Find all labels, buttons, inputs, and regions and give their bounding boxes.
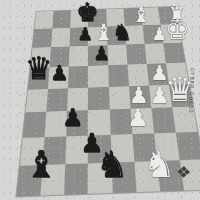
piece-black-pawn-c7[interactable]: ♟ [77, 26, 93, 44]
piece-black-pawn-d6[interactable]: ♟ [93, 44, 110, 63]
board-square-b7[interactable] [51, 28, 70, 47]
piece-black-queen-a5[interactable]: ♛ [25, 53, 53, 84]
piece-black-knight-e7[interactable]: ♞ [112, 21, 132, 43]
diamond-logo-icon: ❖ [176, 163, 192, 182]
board-square-a3[interactable] [23, 112, 47, 138]
board-square-h2[interactable] [176, 132, 200, 160]
piece-white-bishop-f8[interactable]: ♝ [132, 5, 151, 26]
board-square-d5[interactable] [88, 65, 108, 87]
board-square-a4[interactable] [26, 89, 49, 113]
board-square-c6[interactable] [69, 46, 88, 67]
board-square-e5[interactable] [108, 64, 129, 86]
board-square-a7[interactable] [32, 28, 52, 47]
board-square-b8[interactable] [52, 10, 71, 28]
piece-white-king-h7[interactable]: ♚ [165, 16, 190, 44]
board-square-f6[interactable] [126, 44, 147, 65]
board-square-c1[interactable] [64, 164, 88, 195]
piece-white-bishop-d7[interactable]: ♝ [93, 21, 113, 44]
piece-black-pawn-b5[interactable]: ♟ [50, 63, 69, 84]
board-square-c5[interactable] [68, 66, 88, 88]
board-square-a8[interactable] [34, 11, 53, 29]
piece-black-bishop-b1[interactable]: ♝ [24, 146, 57, 183]
board-square-d4[interactable] [88, 87, 109, 111]
piece-white-knight-g1[interactable]: ♞ [143, 147, 176, 184]
chess-app-screenshot: ♚♝♜♟♝♞♟♚♟♛♟♟♟♟♛♟♟♟♝♞♞ ❖ CYBER CHESS [0, 0, 200, 200]
piece-white-pawn-f3[interactable]: ♟ [127, 106, 149, 130]
piece-black-knight-e1[interactable]: ♞ [96, 147, 129, 184]
